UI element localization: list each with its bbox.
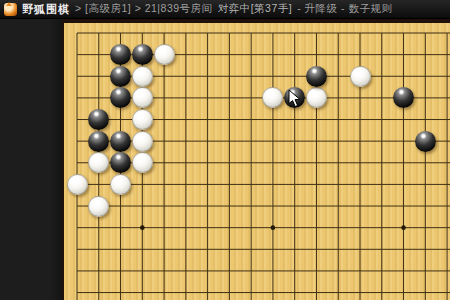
stone-M17 bbox=[306, 66, 327, 87]
stone-D13 bbox=[132, 152, 153, 173]
stone-C14 bbox=[110, 131, 131, 152]
stone-B14 bbox=[88, 131, 109, 152]
fox-go-client-window: 野狐围棋 > [高级房1] > 21|839号房间 对弈中[第37手] - 升降… bbox=[0, 0, 450, 300]
stone-E18 bbox=[154, 44, 175, 65]
stone-C18 bbox=[110, 44, 131, 65]
stone-R14 bbox=[415, 131, 436, 152]
stone-C12 bbox=[110, 174, 131, 195]
stone-C17 bbox=[110, 66, 131, 87]
window-title-bar: 野狐围棋 > [高级房1] > 21|839号房间 对弈中[第37手] - 升降… bbox=[0, 0, 450, 19]
stone-A12 bbox=[67, 174, 88, 195]
stone-B11 bbox=[88, 196, 109, 217]
breadcrumb: > [高级房1] > 21|839号房间 bbox=[75, 2, 213, 16]
fox-go-logo-icon bbox=[4, 3, 17, 16]
stone-D17 bbox=[132, 66, 153, 87]
go-board[interactable] bbox=[62, 19, 450, 300]
stone-D18 bbox=[132, 44, 153, 65]
go-board-inner bbox=[66, 22, 450, 300]
stone-O17 bbox=[350, 66, 371, 87]
app-name: 野狐围棋 bbox=[22, 2, 70, 17]
stone-D14 bbox=[132, 131, 153, 152]
stone-D15 bbox=[132, 109, 153, 130]
side-panel bbox=[0, 19, 62, 300]
game-status-text: 对弈中[第37手] bbox=[218, 2, 293, 16]
rule-mode-text: - 升降级 - 数子规则 bbox=[297, 2, 392, 16]
